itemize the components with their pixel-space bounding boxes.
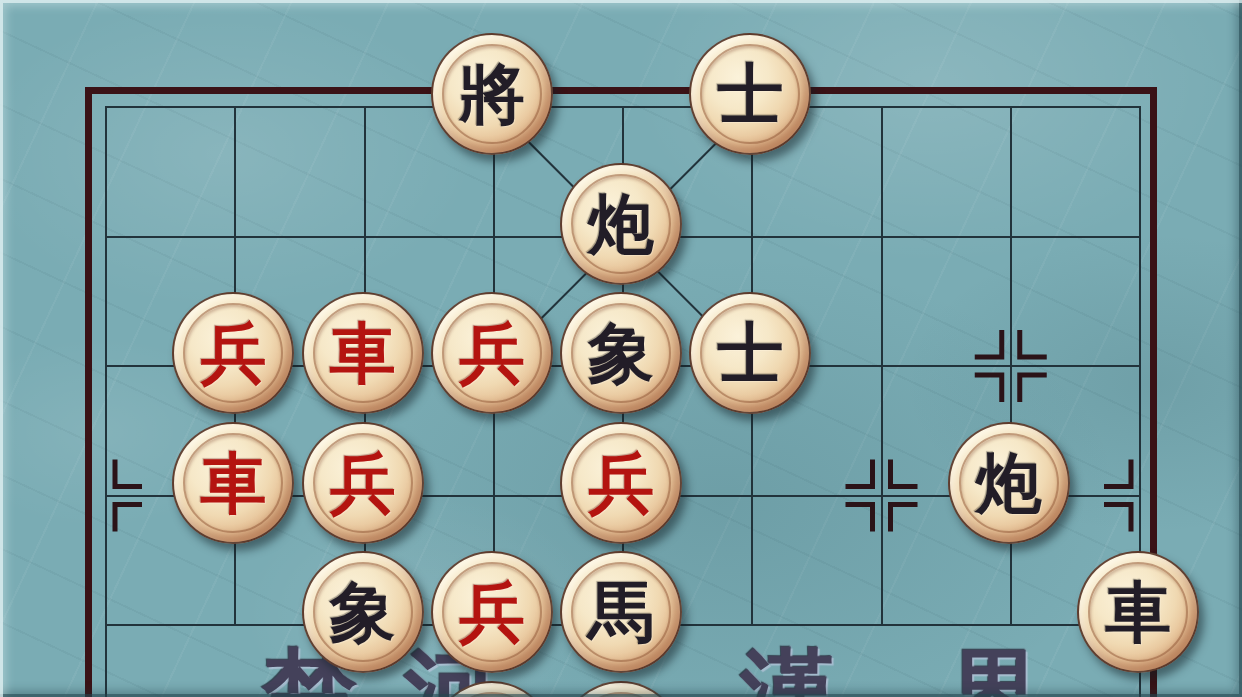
- piece-character: 車: [200, 450, 266, 516]
- piece-black-advisor[interactable]: 士: [689, 33, 811, 155]
- piece-black-cannon[interactable]: 炮: [560, 163, 682, 285]
- star-point-mark: [975, 375, 1002, 402]
- star-point-mark: [1104, 505, 1131, 532]
- star-point-mark: [891, 460, 918, 487]
- piece-black-advisor[interactable]: 士: [689, 292, 811, 414]
- piece-red-chariot[interactable]: 車: [302, 292, 424, 414]
- star-point-mark: [1104, 460, 1131, 487]
- star-point-mark: [115, 460, 142, 487]
- piece-character: 車: [1105, 579, 1171, 645]
- piece-character: 士: [717, 61, 783, 127]
- piece-character: 兵: [459, 320, 525, 386]
- piece-black-elephant[interactable]: 象: [302, 551, 424, 673]
- star-point-mark: [846, 505, 873, 532]
- star-point-mark: [115, 505, 142, 532]
- piece-character: 士: [717, 320, 783, 386]
- piece-red-soldier[interactable]: 兵: [560, 422, 682, 544]
- xiangqi-board: 楚河漢界 將士炮兵車兵象士車兵兵炮象兵馬車: [0, 0, 1242, 697]
- piece-red-soldier[interactable]: 兵: [302, 422, 424, 544]
- piece-character: 兵: [588, 450, 654, 516]
- piece-black-horse[interactable]: 馬: [560, 551, 682, 673]
- piece-character: 兵: [330, 450, 396, 516]
- piece-character: 兵: [459, 579, 525, 645]
- piece-character: 炮: [588, 191, 654, 257]
- piece-character: 車: [330, 320, 396, 386]
- piece-black-chariot[interactable]: 車: [1077, 551, 1199, 673]
- piece-character: 將: [459, 61, 525, 127]
- piece-black-cannon[interactable]: 炮: [948, 422, 1070, 544]
- piece-red-soldier[interactable]: 兵: [172, 292, 294, 414]
- piece-character: 馬: [588, 579, 654, 645]
- piece-character: 象: [588, 320, 654, 386]
- star-point-mark: [891, 505, 918, 532]
- star-point-mark: [846, 460, 873, 487]
- piece-red-soldier[interactable]: 兵: [431, 292, 553, 414]
- piece-character: 兵: [200, 320, 266, 386]
- star-point-mark: [1020, 375, 1047, 402]
- star-point-mark: [1020, 330, 1047, 357]
- piece-black-general[interactable]: 將: [431, 33, 553, 155]
- piece-character: 炮: [976, 450, 1042, 516]
- piece-red-soldier[interactable]: 兵: [431, 551, 553, 673]
- river-character: 漢: [740, 646, 836, 697]
- piece-black-elephant[interactable]: 象: [560, 292, 682, 414]
- river-character: 界: [947, 646, 1043, 697]
- piece-character: 象: [330, 579, 396, 645]
- star-point-mark: [975, 330, 1002, 357]
- piece-red-chariot[interactable]: 車: [172, 422, 294, 544]
